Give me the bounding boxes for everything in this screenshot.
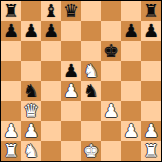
- square-b7[interactable]: ♟: [21, 21, 41, 41]
- square-a4[interactable]: [1, 81, 21, 101]
- square-a7[interactable]: ♟: [1, 21, 21, 41]
- white-knight: ♞: [23, 141, 39, 161]
- black-rook: ♜: [3, 1, 19, 21]
- square-c7[interactable]: ♟: [41, 21, 61, 41]
- square-h5[interactable]: [141, 61, 161, 81]
- square-g6[interactable]: [121, 41, 141, 61]
- square-g3[interactable]: [121, 101, 141, 121]
- square-g2[interactable]: ♟: [121, 121, 141, 141]
- square-a5[interactable]: [1, 61, 21, 81]
- square-b1[interactable]: ♞: [21, 141, 41, 161]
- chess-board: ♜♝♛♜♟♟♟♟♟♚♟♞♞♟♞♛♟♟♟♟♟♜♞♚♜: [0, 0, 162, 162]
- square-g8[interactable]: [121, 1, 141, 21]
- black-queen: ♛: [63, 1, 79, 21]
- square-f5[interactable]: [101, 61, 121, 81]
- square-d6[interactable]: [61, 41, 81, 61]
- square-h7[interactable]: ♟: [141, 21, 161, 41]
- square-b6[interactable]: [21, 41, 41, 61]
- square-h1[interactable]: ♜: [141, 141, 161, 161]
- white-pawn: ♟: [3, 121, 19, 141]
- black-pawn: ♟: [123, 21, 139, 41]
- square-e1[interactable]: ♚: [81, 141, 101, 161]
- square-b2[interactable]: ♟: [21, 121, 41, 141]
- square-h2[interactable]: ♟: [141, 121, 161, 141]
- square-d4[interactable]: ♟: [61, 81, 81, 101]
- square-g4[interactable]: [121, 81, 141, 101]
- square-e8[interactable]: [81, 1, 101, 21]
- white-pawn: ♟: [63, 81, 79, 101]
- square-c1[interactable]: [41, 141, 61, 161]
- square-e7[interactable]: [81, 21, 101, 41]
- square-d5[interactable]: ♟: [61, 61, 81, 81]
- square-h8[interactable]: ♜: [141, 1, 161, 21]
- square-b4[interactable]: ♞: [21, 81, 41, 101]
- white-pawn: ♟: [143, 121, 159, 141]
- black-pawn: ♟: [63, 61, 79, 81]
- square-b8[interactable]: [21, 1, 41, 21]
- square-c4[interactable]: [41, 81, 61, 101]
- square-e3[interactable]: [81, 101, 101, 121]
- square-f8[interactable]: [101, 1, 121, 21]
- square-f7[interactable]: [101, 21, 121, 41]
- square-c2[interactable]: [41, 121, 61, 141]
- square-b5[interactable]: [21, 61, 41, 81]
- square-e6[interactable]: [81, 41, 101, 61]
- square-e5[interactable]: ♞: [81, 61, 101, 81]
- square-b3[interactable]: ♛: [21, 101, 41, 121]
- square-d7[interactable]: [61, 21, 81, 41]
- white-pawn: ♟: [23, 121, 39, 141]
- black-rook: ♜: [143, 1, 159, 21]
- white-queen: ♛: [23, 101, 39, 121]
- white-pawn: ♟: [103, 101, 119, 121]
- black-knight: ♞: [83, 81, 99, 101]
- black-king: ♚: [103, 41, 119, 61]
- square-f1[interactable]: [101, 141, 121, 161]
- square-a8[interactable]: ♜: [1, 1, 21, 21]
- black-bishop: ♝: [43, 1, 59, 21]
- square-g7[interactable]: ♟: [121, 21, 141, 41]
- square-h3[interactable]: [141, 101, 161, 121]
- square-d2[interactable]: [61, 121, 81, 141]
- square-f4[interactable]: [101, 81, 121, 101]
- white-king: ♚: [83, 141, 99, 161]
- black-pawn: ♟: [43, 21, 59, 41]
- square-g1[interactable]: [121, 141, 141, 161]
- square-d1[interactable]: [61, 141, 81, 161]
- square-c8[interactable]: ♝: [41, 1, 61, 21]
- black-pawn: ♟: [3, 21, 19, 41]
- square-a2[interactable]: ♟: [1, 121, 21, 141]
- square-h4[interactable]: [141, 81, 161, 101]
- square-h6[interactable]: [141, 41, 161, 61]
- square-a6[interactable]: [1, 41, 21, 61]
- square-d8[interactable]: ♛: [61, 1, 81, 21]
- square-f6[interactable]: ♚: [101, 41, 121, 61]
- square-c6[interactable]: [41, 41, 61, 61]
- square-a1[interactable]: ♜: [1, 141, 21, 161]
- square-d3[interactable]: [61, 101, 81, 121]
- white-pawn: ♟: [123, 121, 139, 141]
- black-pawn: ♟: [143, 21, 159, 41]
- black-knight: ♞: [23, 81, 39, 101]
- square-c3[interactable]: [41, 101, 61, 121]
- square-c5[interactable]: [41, 61, 61, 81]
- white-rook: ♜: [3, 141, 19, 161]
- square-f2[interactable]: [101, 121, 121, 141]
- white-knight: ♞: [83, 61, 99, 81]
- white-rook: ♜: [143, 141, 159, 161]
- square-e4[interactable]: ♞: [81, 81, 101, 101]
- square-e2[interactable]: [81, 121, 101, 141]
- black-pawn: ♟: [23, 21, 39, 41]
- square-g5[interactable]: [121, 61, 141, 81]
- square-f3[interactable]: ♟: [101, 101, 121, 121]
- square-a3[interactable]: [1, 101, 21, 121]
